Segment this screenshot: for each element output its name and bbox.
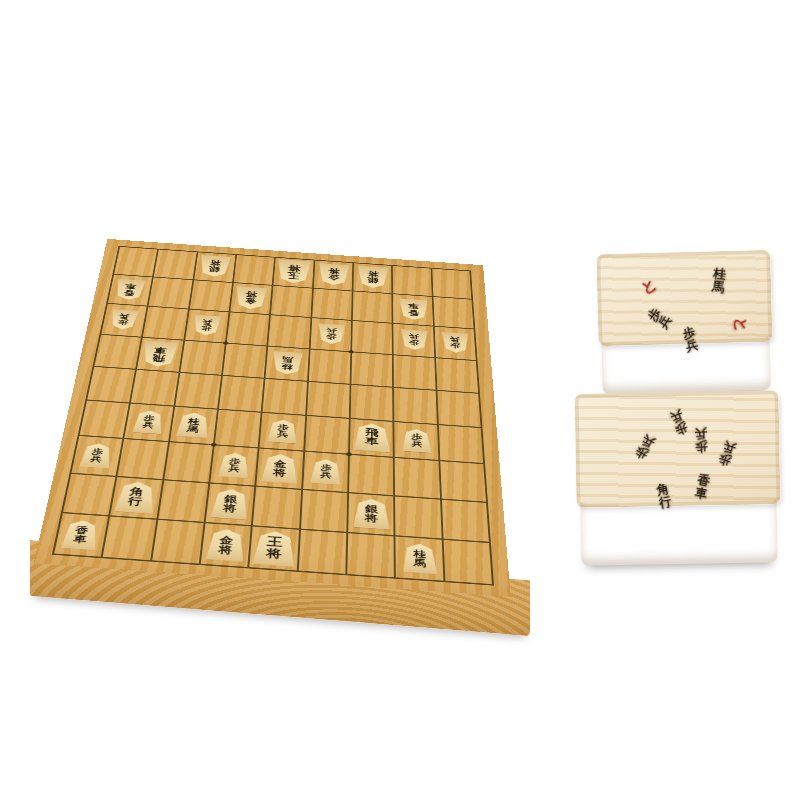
piece-kanji: 車	[408, 303, 419, 310]
piece-kanji: 兵	[411, 440, 422, 448]
piece-kanji: 兵	[202, 319, 213, 326]
piece-kanji: 兵	[722, 439, 738, 455]
piece-kanji: 兵	[277, 431, 288, 439]
piece-pawn-gote[interactable]: 歩兵	[192, 314, 221, 336]
piece-kanji: 馬	[413, 558, 426, 568]
piece-kanji: 馬	[282, 355, 294, 363]
piece-kanji: 兵	[684, 338, 699, 353]
piece-kanji: 兵	[119, 313, 130, 320]
board-wood: 銀将玉将金将銀将香車金将香車歩兵歩兵歩兵歩兵歩兵飛車桂馬歩兵桂馬歩兵飛車歩兵歩兵…	[34, 239, 511, 597]
piece-kanji: 兵	[409, 333, 419, 340]
piece-kanji: 兵	[142, 421, 154, 429]
piece-kanji: 行	[658, 495, 673, 510]
piece-kanji: 兵	[228, 465, 240, 473]
piece-kanji: 兵	[90, 455, 103, 463]
piece-kanji: 馬	[186, 425, 199, 433]
piece-rook-sente[interactable]: 飛車	[354, 422, 390, 452]
piece-kanji: 車	[694, 486, 709, 501]
piece-pawn-sente[interactable]: 歩兵	[402, 428, 431, 453]
piece-bishop-sente[interactable]: 角行	[114, 481, 157, 514]
piece-kanji: 車	[154, 345, 168, 354]
piece-kanji: 将	[218, 544, 233, 555]
board-top-surface: 銀将玉将金将銀将香車金将香車歩兵歩兵歩兵歩兵歩兵飛車桂馬歩兵桂馬歩兵飛車歩兵歩兵…	[34, 239, 511, 597]
piece-pawn-sente[interactable]: 歩兵	[132, 409, 165, 434]
piece-kanji: 車	[73, 534, 88, 544]
piece-kanji: 将	[266, 547, 282, 559]
piece-kanji: 行	[127, 497, 143, 508]
piece-kanji: 兵	[669, 408, 685, 424]
piece-silver-gote[interactable]: 銀将	[198, 255, 231, 278]
piece-king-sente[interactable]: 王将	[253, 530, 296, 567]
piece-kanji: 馬	[711, 280, 725, 294]
piece-kanji: 将	[223, 503, 237, 513]
piece-pawn-gote[interactable]: 歩兵	[108, 309, 139, 331]
piece-kanji: 将	[209, 259, 221, 266]
piece-kanji: 車	[124, 283, 136, 290]
piece-gold-gote[interactable]: 金将	[234, 286, 267, 310]
piece-pawn-gote[interactable]: 歩兵	[317, 323, 345, 345]
piece-gold-sente[interactable]: 金将	[206, 528, 246, 562]
komadai-top: と桂馬歩兵歩兵と	[596, 250, 774, 395]
piece-king-gote[interactable]: 玉将	[276, 259, 311, 284]
piece-gold-sente[interactable]: 金将	[261, 453, 298, 483]
piece-kanji: と	[731, 316, 749, 334]
piece-silver-sente[interactable]: 銀将	[353, 498, 389, 530]
piece-kanji: 兵	[694, 427, 707, 440]
piece-kanji: 兵	[640, 432, 657, 449]
piece-lance-sente[interactable]: 香車	[61, 519, 101, 550]
piece-kanji: 将	[328, 268, 339, 275]
product-photo-shogi-set: 銀将玉将金将銀将香車金将香車歩兵歩兵歩兵歩兵歩兵飛車桂馬歩兵桂馬歩兵飛車歩兵歩兵…	[0, 0, 800, 800]
piece-kanji: 将	[273, 468, 287, 478]
piece-kanji: 将	[287, 264, 300, 272]
piece-knight-sente[interactable]: 桂馬	[402, 543, 437, 575]
piece-pawn-sente[interactable]: 歩兵	[311, 458, 342, 484]
piece-kanji: 将	[367, 270, 378, 277]
piece-pawn-gote[interactable]: 歩兵	[442, 332, 470, 354]
piece-pawn-sente[interactable]: 歩兵	[79, 442, 113, 468]
board-pieces-layer: 銀将玉将金将銀将香車金将香車歩兵歩兵歩兵歩兵歩兵飛車桂馬歩兵桂馬歩兵飛車歩兵歩兵…	[52, 246, 494, 586]
piece-pawn-gote[interactable]: 歩兵	[401, 329, 428, 351]
piece-rook-gote[interactable]: 飛車	[141, 340, 179, 367]
piece-lance-gote[interactable]: 香車	[113, 278, 146, 300]
piece-knight-sente[interactable]: 桂馬	[176, 412, 211, 439]
piece-kanji: 兵	[326, 327, 336, 334]
piece-kanji: 将	[246, 291, 258, 299]
piece-silver-sente[interactable]: 銀将	[210, 488, 249, 520]
piece-gold-gote[interactable]: 金将	[318, 263, 349, 286]
piece-kanji: と	[638, 276, 659, 297]
piece-kanji: 金	[328, 274, 339, 281]
piece-pawn-sente[interactable]: 歩兵	[267, 419, 297, 444]
piece-pawn-sente[interactable]: 歩兵	[218, 452, 250, 478]
piece-kanji: 車	[365, 437, 379, 447]
piece-lance-gote[interactable]: 香車	[399, 298, 428, 321]
komadai-bottom: 歩兵歩兵歩兵歩兵角行香車	[575, 390, 782, 566]
shogi-board: 銀将玉将金将銀将香車金将香車歩兵歩兵歩兵歩兵歩兵飛車桂馬歩兵桂馬歩兵飛車歩兵歩兵…	[23, 102, 555, 616]
piece-kanji: 兵	[656, 313, 674, 330]
piece-kanji: 将	[365, 513, 378, 523]
piece-kanji: 兵	[450, 336, 460, 343]
piece-silver-gote[interactable]: 銀将	[358, 266, 389, 289]
piece-kanji: 兵	[320, 471, 331, 479]
piece-knight-gote[interactable]: 桂馬	[272, 351, 304, 376]
